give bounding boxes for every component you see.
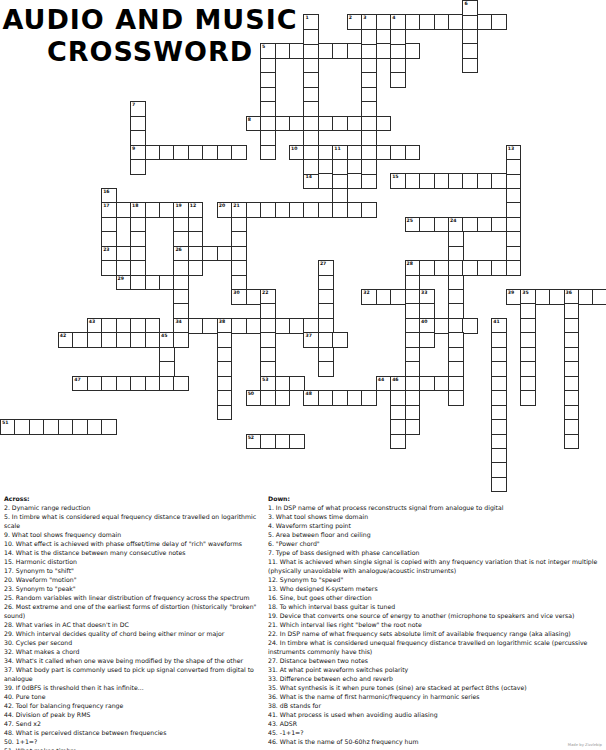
crossword-cell[interactable] [246, 289, 262, 305]
crossword-cell[interactable] [217, 332, 233, 348]
crossword-cell[interactable]: 9 [130, 145, 146, 161]
crossword-cell[interactable]: 17 [101, 202, 117, 218]
crossword-cell[interactable] [506, 188, 522, 204]
crossword-cell[interactable] [188, 246, 204, 262]
crossword-cell[interactable] [462, 29, 478, 45]
crossword-cell[interactable] [116, 332, 132, 348]
crossword-cell[interactable] [303, 145, 319, 161]
crossword-cell[interactable] [405, 289, 421, 305]
crossword-cell[interactable]: 39 [506, 289, 522, 305]
crossword-cell[interactable] [332, 159, 348, 175]
crossword-cell[interactable] [434, 318, 450, 334]
crossword-cell[interactable]: 5 [260, 43, 276, 59]
crossword-cell[interactable] [116, 376, 132, 392]
crossword-cell[interactable] [260, 202, 276, 218]
crossword-cell[interactable] [506, 173, 522, 189]
crossword-cell[interactable] [347, 145, 363, 161]
crossword-cell[interactable]: 28 [405, 260, 421, 276]
crossword-cell[interactable]: 18 [130, 202, 146, 218]
crossword-cell[interactable]: 22 [260, 289, 276, 305]
crossword-cell[interactable] [419, 376, 435, 392]
crossword-cell[interactable] [202, 145, 218, 161]
crossword-cell[interactable] [332, 202, 348, 218]
crossword-cell[interactable] [318, 332, 334, 348]
crossword-cell[interactable]: 50 [246, 390, 262, 406]
crossword-cell[interactable] [564, 347, 580, 363]
crossword-cell[interactable] [361, 390, 377, 406]
crossword-cell[interactable] [448, 376, 464, 392]
crossword-cell[interactable] [159, 275, 175, 291]
crossword-cell[interactable] [405, 405, 421, 421]
crossword-cell[interactable]: 1 [303, 14, 319, 30]
crossword-cell[interactable]: 53 [260, 376, 276, 392]
crossword-cell[interactable] [275, 43, 291, 59]
crossword-cell[interactable] [405, 361, 421, 377]
crossword-cell[interactable] [419, 173, 435, 189]
crossword-cell[interactable]: 51 [0, 419, 16, 435]
crossword-cell[interactable] [159, 202, 175, 218]
crossword-cell[interactable] [173, 303, 189, 319]
crossword-cell[interactable] [101, 231, 117, 247]
crossword-cell[interactable] [491, 217, 507, 233]
crossword-cell[interactable] [361, 87, 377, 103]
crossword-cell[interactable] [217, 347, 233, 363]
crossword-cell[interactable] [564, 361, 580, 377]
crossword-cell[interactable] [217, 246, 233, 262]
crossword-cell[interactable] [303, 72, 319, 88]
crossword-cell[interactable] [477, 14, 493, 30]
crossword-cell[interactable] [217, 376, 233, 392]
crossword-cell[interactable] [405, 145, 421, 161]
crossword-cell[interactable] [477, 217, 493, 233]
crossword-cell[interactable] [564, 318, 580, 334]
crossword-cell[interactable] [188, 217, 204, 233]
crossword-cell[interactable] [318, 318, 334, 334]
crossword-cell[interactable] [506, 159, 522, 175]
crossword-cell[interactable] [405, 332, 421, 348]
crossword-cell[interactable] [405, 14, 421, 30]
crossword-cell[interactable]: 33 [419, 289, 435, 305]
crossword-cell[interactable] [303, 29, 319, 45]
crossword-cell[interactable] [506, 246, 522, 262]
crossword-cell[interactable] [448, 361, 464, 377]
crossword-cell[interactable] [462, 260, 478, 276]
crossword-cell[interactable] [145, 145, 161, 161]
crossword-cell[interactable] [318, 173, 334, 189]
crossword-cell[interactable] [361, 130, 377, 146]
crossword-cell[interactable] [491, 347, 507, 363]
crossword-cell[interactable] [448, 275, 464, 291]
crossword-cell[interactable] [520, 361, 536, 377]
crossword-cell[interactable] [318, 116, 334, 132]
crossword-cell[interactable] [260, 332, 276, 348]
crossword-cell[interactable] [202, 246, 218, 262]
crossword-cell[interactable] [448, 303, 464, 319]
crossword-cell[interactable] [14, 419, 30, 435]
crossword-cell[interactable]: 30 [231, 289, 247, 305]
crossword-cell[interactable] [491, 173, 507, 189]
crossword-cell[interactable]: 52 [246, 434, 262, 450]
crossword-cell[interactable] [332, 43, 348, 59]
crossword-cell[interactable] [159, 376, 175, 392]
crossword-cell[interactable] [275, 434, 291, 450]
crossword-cell[interactable] [361, 145, 377, 161]
crossword-cell[interactable] [231, 145, 247, 161]
crossword-cell[interactable]: 48 [303, 390, 319, 406]
crossword-cell[interactable] [332, 188, 348, 204]
crossword-cell[interactable]: 16 [101, 188, 117, 204]
crossword-cell[interactable] [145, 318, 161, 334]
crossword-cell[interactable] [491, 376, 507, 392]
crossword-cell[interactable]: 27 [318, 260, 334, 276]
crossword-cell[interactable] [275, 318, 291, 334]
crossword-cell[interactable] [173, 217, 189, 233]
crossword-cell[interactable] [260, 116, 276, 132]
crossword-cell[interactable] [332, 390, 348, 406]
crossword-cell[interactable] [448, 332, 464, 348]
crossword-cell[interactable] [246, 318, 262, 334]
crossword-cell[interactable]: 6 [462, 0, 478, 16]
crossword-cell[interactable] [231, 260, 247, 276]
crossword-cell[interactable] [130, 275, 146, 291]
crossword-cell[interactable] [318, 145, 334, 161]
crossword-cell[interactable] [520, 390, 536, 406]
crossword-cell[interactable] [29, 419, 45, 435]
crossword-cell[interactable] [260, 434, 276, 450]
crossword-cell[interactable] [462, 43, 478, 59]
crossword-cell[interactable] [318, 361, 334, 377]
crossword-cell[interactable] [101, 318, 117, 334]
crossword-cell[interactable] [448, 14, 464, 30]
crossword-cell[interactable] [520, 332, 536, 348]
crossword-cell[interactable] [116, 202, 132, 218]
crossword-cell[interactable] [448, 318, 464, 334]
crossword-cell[interactable] [390, 29, 406, 45]
crossword-cell[interactable]: 4 [390, 14, 406, 30]
crossword-cell[interactable] [405, 303, 421, 319]
crossword-cell[interactable] [303, 116, 319, 132]
crossword-cell[interactable]: 42 [58, 332, 74, 348]
crossword-cell[interactable] [87, 376, 103, 392]
crossword-cell[interactable] [145, 376, 161, 392]
crossword-cell[interactable] [347, 202, 363, 218]
crossword-cell[interactable]: 26 [173, 246, 189, 262]
crossword-cell[interactable] [506, 217, 522, 233]
crossword-cell[interactable] [101, 332, 117, 348]
crossword-cell[interactable] [145, 275, 161, 291]
crossword-cell[interactable] [173, 289, 189, 305]
crossword-cell[interactable] [520, 376, 536, 392]
crossword-cell[interactable]: 8 [246, 116, 262, 132]
crossword-cell[interactable] [376, 14, 392, 30]
crossword-cell[interactable] [434, 376, 450, 392]
crossword-cell[interactable]: 38 [217, 318, 233, 334]
crossword-cell[interactable] [361, 173, 377, 189]
crossword-cell[interactable] [116, 318, 132, 334]
crossword-cell[interactable]: 19 [173, 202, 189, 218]
crossword-cell[interactable]: 40 [419, 318, 435, 334]
crossword-cell[interactable] [101, 217, 117, 233]
crossword-cell[interactable] [260, 145, 276, 161]
crossword-cell[interactable] [289, 318, 305, 334]
crossword-cell[interactable] [405, 173, 421, 189]
crossword-cell[interactable] [491, 448, 507, 464]
crossword-cell[interactable] [491, 332, 507, 348]
crossword-cell[interactable] [520, 303, 536, 319]
crossword-cell[interactable] [405, 376, 421, 392]
crossword-cell[interactable] [130, 130, 146, 146]
crossword-cell[interactable] [448, 231, 464, 247]
crossword-cell[interactable] [303, 101, 319, 117]
crossword-cell[interactable] [361, 58, 377, 74]
crossword-cell[interactable]: 41 [491, 318, 507, 334]
crossword-cell[interactable] [419, 217, 435, 233]
crossword-cell[interactable] [101, 376, 117, 392]
crossword-cell[interactable] [434, 260, 450, 276]
crossword-cell[interactable] [130, 246, 146, 262]
crossword-cell[interactable]: 34 [173, 318, 189, 334]
crossword-cell[interactable] [564, 434, 580, 450]
crossword-grid[interactable]: 2345891011141517181912202125242326282930… [0, 0, 606, 492]
crossword-cell[interactable] [231, 318, 247, 334]
crossword-cell[interactable] [361, 72, 377, 88]
crossword-cell[interactable] [448, 246, 464, 262]
crossword-cell[interactable]: 25 [405, 217, 421, 233]
crossword-cell[interactable] [318, 275, 334, 291]
crossword-cell[interactable] [332, 173, 348, 189]
crossword-cell[interactable] [376, 289, 392, 305]
crossword-cell[interactable] [43, 419, 59, 435]
crossword-cell[interactable] [260, 101, 276, 117]
crossword-cell[interactable] [578, 289, 594, 305]
crossword-cell[interactable]: 35 [520, 289, 536, 305]
crossword-cell[interactable] [260, 318, 276, 334]
crossword-cell[interactable] [332, 116, 348, 132]
crossword-cell[interactable] [246, 202, 262, 218]
crossword-cell[interactable] [188, 260, 204, 276]
crossword-cell[interactable] [347, 116, 363, 132]
crossword-cell[interactable] [188, 231, 204, 247]
crossword-cell[interactable] [87, 332, 103, 348]
crossword-cell[interactable] [173, 145, 189, 161]
crossword-cell[interactable] [318, 43, 334, 59]
crossword-cell[interactable] [173, 376, 189, 392]
crossword-cell[interactable] [376, 145, 392, 161]
crossword-cell[interactable]: 44 [376, 376, 392, 392]
crossword-cell[interactable] [491, 419, 507, 435]
crossword-cell[interactable] [390, 405, 406, 421]
crossword-cell[interactable] [376, 43, 392, 59]
crossword-cell[interactable] [145, 202, 161, 218]
crossword-cell[interactable] [462, 58, 478, 74]
crossword-cell[interactable] [390, 434, 406, 450]
crossword-cell[interactable] [564, 390, 580, 406]
crossword-cell[interactable] [361, 116, 377, 132]
crossword-cell[interactable] [564, 303, 580, 319]
crossword-cell[interactable] [159, 145, 175, 161]
crossword-cell[interactable] [491, 14, 507, 30]
crossword-cell[interactable] [303, 58, 319, 74]
crossword-cell[interactable] [491, 434, 507, 450]
crossword-cell[interactable] [231, 231, 247, 247]
crossword-cell[interactable] [405, 347, 421, 363]
crossword-cell[interactable] [130, 116, 146, 132]
crossword-cell[interactable] [477, 260, 493, 276]
crossword-cell[interactable] [390, 419, 406, 435]
crossword-cell[interactable] [592, 289, 606, 305]
crossword-cell[interactable] [434, 173, 450, 189]
crossword-cell[interactable]: 11 [332, 145, 348, 161]
crossword-cell[interactable] [260, 303, 276, 319]
crossword-cell[interactable] [419, 260, 435, 276]
crossword-cell[interactable]: 3 [361, 14, 377, 30]
crossword-cell[interactable]: 23 [101, 246, 117, 262]
crossword-cell[interactable] [405, 318, 421, 334]
crossword-cell[interactable] [564, 419, 580, 435]
crossword-cell[interactable] [491, 477, 507, 493]
crossword-cell[interactable] [130, 332, 146, 348]
crossword-cell[interactable] [231, 275, 247, 291]
crossword-cell[interactable] [361, 159, 377, 175]
crossword-cell[interactable] [275, 390, 291, 406]
crossword-cell[interactable] [275, 116, 291, 132]
crossword-cell[interactable] [462, 14, 478, 30]
crossword-cell[interactable] [260, 390, 276, 406]
crossword-cell[interactable] [260, 87, 276, 103]
crossword-cell[interactable] [376, 116, 392, 132]
crossword-cell[interactable]: 12 [188, 202, 204, 218]
crossword-cell[interactable] [361, 101, 377, 117]
crossword-cell[interactable] [448, 347, 464, 363]
crossword-cell[interactable] [130, 159, 146, 175]
crossword-cell[interactable] [419, 303, 435, 319]
crossword-cell[interactable] [173, 260, 189, 276]
crossword-cell[interactable] [303, 130, 319, 146]
crossword-cell[interactable] [289, 43, 305, 59]
crossword-cell[interactable] [217, 405, 233, 421]
crossword-cell[interactable] [491, 462, 507, 478]
crossword-cell[interactable] [303, 87, 319, 103]
crossword-cell[interactable] [289, 434, 305, 450]
crossword-cell[interactable] [564, 405, 580, 421]
crossword-cell[interactable] [260, 72, 276, 88]
crossword-cell[interactable] [564, 376, 580, 392]
crossword-cell[interactable] [318, 390, 334, 406]
crossword-cell[interactable] [477, 173, 493, 189]
crossword-cell[interactable] [564, 332, 580, 348]
crossword-cell[interactable] [448, 260, 464, 276]
crossword-cell[interactable]: 32 [361, 289, 377, 305]
crossword-cell[interactable] [260, 347, 276, 363]
crossword-cell[interactable] [390, 390, 406, 406]
crossword-cell[interactable] [462, 217, 478, 233]
crossword-cell[interactable] [506, 202, 522, 218]
crossword-cell[interactable] [419, 332, 435, 348]
crossword-cell[interactable]: 7 [130, 101, 146, 117]
crossword-cell[interactable] [173, 332, 189, 348]
crossword-cell[interactable] [217, 145, 233, 161]
crossword-cell[interactable] [101, 260, 117, 276]
crossword-cell[interactable] [332, 332, 348, 348]
crossword-cell[interactable] [318, 347, 334, 363]
crossword-cell[interactable] [390, 145, 406, 161]
crossword-cell[interactable] [202, 318, 218, 334]
crossword-cell[interactable]: 47 [72, 376, 88, 392]
crossword-cell[interactable] [520, 347, 536, 363]
crossword-cell[interactable] [318, 202, 334, 218]
crossword-cell[interactable] [159, 361, 175, 377]
crossword-cell[interactable] [462, 173, 478, 189]
crossword-cell[interactable]: 10 [289, 145, 305, 161]
crossword-cell[interactable] [506, 231, 522, 247]
crossword-cell[interactable] [462, 318, 478, 334]
crossword-cell[interactable] [390, 289, 406, 305]
crossword-cell[interactable] [130, 217, 146, 233]
crossword-cell[interactable] [318, 303, 334, 319]
crossword-cell[interactable] [405, 419, 421, 435]
crossword-cell[interactable] [130, 260, 146, 276]
crossword-cell[interactable] [159, 347, 175, 363]
crossword-cell[interactable] [303, 159, 319, 175]
crossword-cell[interactable]: 29 [116, 275, 132, 291]
crossword-cell[interactable] [289, 202, 305, 218]
crossword-cell[interactable] [289, 116, 305, 132]
crossword-cell[interactable]: 13 [506, 145, 522, 161]
crossword-cell[interactable] [405, 390, 421, 406]
crossword-cell[interactable]: 37 [303, 332, 319, 348]
crossword-cell[interactable] [72, 419, 88, 435]
crossword-cell[interactable] [448, 289, 464, 305]
crossword-cell[interactable] [390, 43, 406, 59]
crossword-cell[interactable]: 21 [231, 202, 247, 218]
crossword-cell[interactable] [318, 289, 334, 305]
crossword-cell[interactable]: 36 [564, 289, 580, 305]
crossword-cell[interactable] [72, 332, 88, 348]
crossword-cell[interactable] [217, 361, 233, 377]
crossword-cell[interactable] [491, 260, 507, 276]
crossword-cell[interactable] [419, 14, 435, 30]
crossword-cell[interactable] [506, 260, 522, 276]
crossword-cell[interactable] [303, 202, 319, 218]
crossword-cell[interactable] [145, 332, 161, 348]
crossword-cell[interactable] [116, 246, 132, 262]
crossword-cell[interactable] [231, 246, 247, 262]
crossword-cell[interactable] [101, 419, 117, 435]
crossword-cell[interactable] [130, 318, 146, 334]
crossword-cell[interactable] [188, 318, 204, 334]
crossword-cell[interactable] [491, 405, 507, 421]
crossword-cell[interactable] [448, 173, 464, 189]
crossword-cell[interactable] [289, 376, 305, 392]
crossword-cell[interactable] [491, 361, 507, 377]
crossword-cell[interactable] [434, 14, 450, 30]
crossword-cell[interactable] [405, 275, 421, 291]
crossword-cell[interactable] [58, 419, 74, 435]
crossword-cell[interactable] [347, 43, 363, 59]
crossword-cell[interactable] [361, 29, 377, 45]
crossword-cell[interactable] [130, 231, 146, 247]
crossword-cell[interactable] [361, 202, 377, 218]
crossword-cell[interactable] [303, 43, 319, 59]
crossword-cell[interactable] [434, 217, 450, 233]
crossword-cell[interactable] [390, 72, 406, 88]
crossword-cell[interactable] [361, 43, 377, 59]
crossword-cell[interactable] [347, 390, 363, 406]
crossword-cell[interactable]: 46 [390, 376, 406, 392]
crossword-cell[interactable] [260, 130, 276, 146]
crossword-cell[interactable] [260, 361, 276, 377]
crossword-cell[interactable]: 24 [448, 217, 464, 233]
